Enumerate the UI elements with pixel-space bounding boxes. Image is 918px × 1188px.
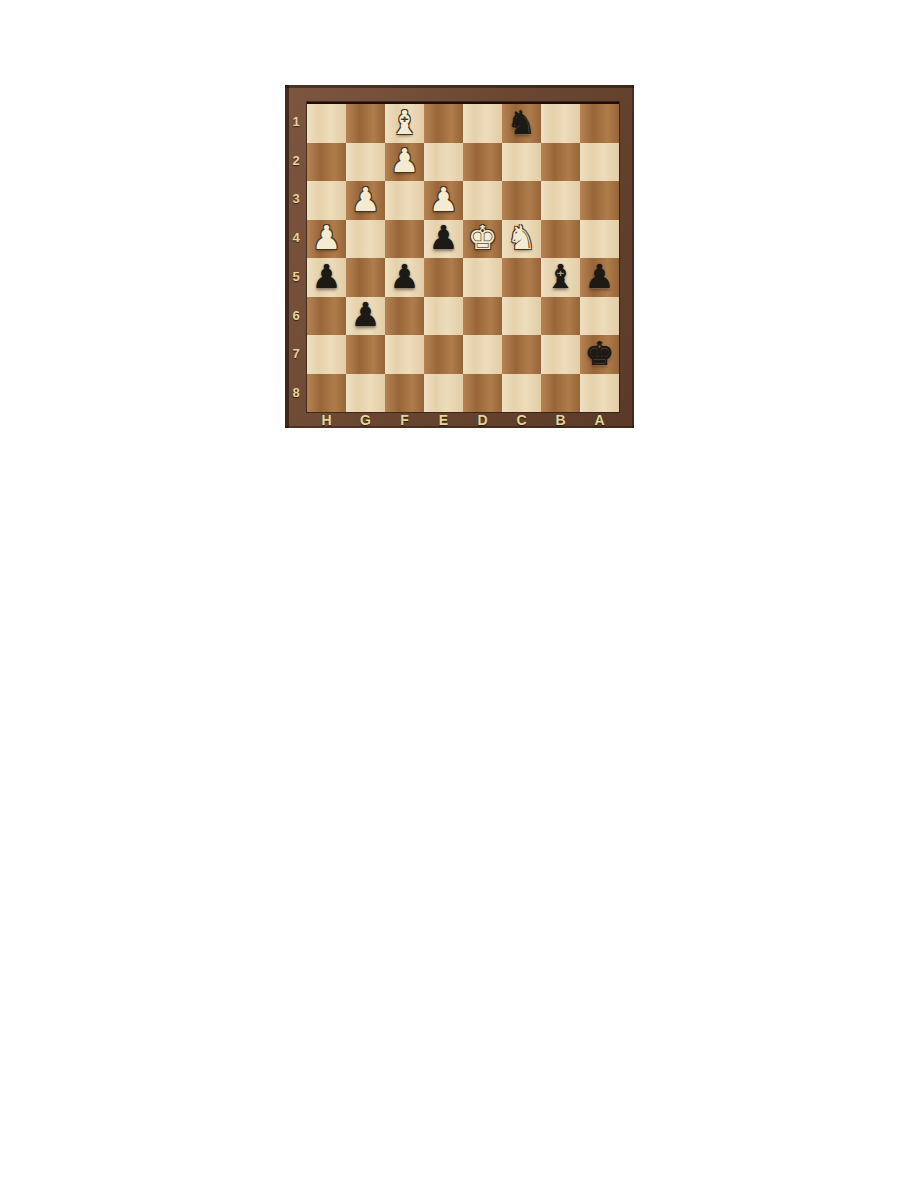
square-a6[interactable] (580, 297, 619, 336)
square-h7[interactable] (307, 335, 346, 374)
square-b7[interactable] (541, 335, 580, 374)
square-c4[interactable]: ♞ (502, 220, 541, 259)
file-label-h: H (307, 412, 346, 428)
square-b3[interactable] (541, 181, 580, 220)
square-b4[interactable] (541, 220, 580, 259)
black-knight[interactable]: ♞ (507, 106, 537, 139)
white-king[interactable]: ♚ (468, 221, 498, 254)
white-pawn[interactable]: ♟ (351, 183, 381, 216)
square-h3[interactable] (307, 181, 346, 220)
square-a1[interactable] (580, 104, 619, 143)
square-h6[interactable] (307, 297, 346, 336)
rank-label-7: 7 (285, 335, 307, 374)
black-pawn[interactable]: ♟ (390, 260, 420, 293)
square-g5[interactable] (346, 258, 385, 297)
square-c6[interactable] (502, 297, 541, 336)
square-b8[interactable] (541, 374, 580, 413)
rank-label-3: 3 (285, 180, 307, 219)
square-g3[interactable]: ♟ (346, 181, 385, 220)
rank-label-2: 2 (285, 141, 307, 180)
square-h5[interactable]: ♟ (307, 258, 346, 297)
square-d7[interactable] (463, 335, 502, 374)
file-labels: HGFEDCBA (307, 412, 619, 428)
square-f5[interactable]: ♟ (385, 258, 424, 297)
square-c7[interactable] (502, 335, 541, 374)
rank-label-5: 5 (285, 257, 307, 296)
square-g7[interactable] (346, 335, 385, 374)
square-f1[interactable]: ♝ (385, 104, 424, 143)
square-d5[interactable] (463, 258, 502, 297)
square-g6[interactable]: ♟ (346, 297, 385, 336)
square-h1[interactable] (307, 104, 346, 143)
rank-label-4: 4 (285, 218, 307, 257)
square-a8[interactable] (580, 374, 619, 413)
white-pawn[interactable]: ♟ (390, 144, 420, 177)
square-b1[interactable] (541, 104, 580, 143)
white-knight[interactable]: ♞ (507, 221, 537, 254)
black-pawn[interactable]: ♟ (429, 221, 459, 254)
rank-label-1: 1 (285, 102, 307, 141)
black-pawn[interactable]: ♟ (585, 260, 615, 293)
square-a7[interactable]: ♚ (580, 335, 619, 374)
black-pawn[interactable]: ♟ (312, 260, 342, 293)
square-a3[interactable] (580, 181, 619, 220)
square-h4[interactable]: ♟ (307, 220, 346, 259)
square-c3[interactable] (502, 181, 541, 220)
square-b6[interactable] (541, 297, 580, 336)
rank-label-8: 8 (285, 373, 307, 412)
chessboard: 12345678 HGFEDCBA ♝♞♟♟♟♟♟♚♞♟♟♝♟♟♚ (285, 85, 634, 428)
square-f2[interactable]: ♟ (385, 143, 424, 182)
square-d6[interactable] (463, 297, 502, 336)
file-label-g: G (346, 412, 385, 428)
file-label-f: F (385, 412, 424, 428)
square-e2[interactable] (424, 143, 463, 182)
square-e4[interactable]: ♟ (424, 220, 463, 259)
file-label-c: C (502, 412, 541, 428)
rank-labels: 12345678 (285, 102, 307, 412)
square-f4[interactable] (385, 220, 424, 259)
square-e5[interactable] (424, 258, 463, 297)
square-e7[interactable] (424, 335, 463, 374)
square-f6[interactable] (385, 297, 424, 336)
square-a2[interactable] (580, 143, 619, 182)
file-label-a: A (580, 412, 619, 428)
square-e6[interactable] (424, 297, 463, 336)
black-king[interactable]: ♚ (585, 337, 615, 370)
file-label-b: B (541, 412, 580, 428)
square-c5[interactable] (502, 258, 541, 297)
rank-label-6: 6 (285, 296, 307, 335)
square-d8[interactable] (463, 374, 502, 413)
square-d2[interactable] (463, 143, 502, 182)
square-d4[interactable]: ♚ (463, 220, 502, 259)
white-pawn[interactable]: ♟ (312, 221, 342, 254)
file-label-d: D (463, 412, 502, 428)
square-f3[interactable] (385, 181, 424, 220)
square-g2[interactable] (346, 143, 385, 182)
square-e3[interactable]: ♟ (424, 181, 463, 220)
square-g1[interactable] (346, 104, 385, 143)
square-d1[interactable] (463, 104, 502, 143)
square-h8[interactable] (307, 374, 346, 413)
square-a5[interactable]: ♟ (580, 258, 619, 297)
square-f7[interactable] (385, 335, 424, 374)
square-b5[interactable]: ♝ (541, 258, 580, 297)
page: { "game": "chess", "position": { "fen": … (0, 0, 918, 1188)
square-h2[interactable] (307, 143, 346, 182)
square-f8[interactable] (385, 374, 424, 413)
square-e8[interactable] (424, 374, 463, 413)
square-c8[interactable] (502, 374, 541, 413)
board-squares: ♝♞♟♟♟♟♟♚♞♟♟♝♟♟♚ (307, 102, 619, 412)
white-pawn[interactable]: ♟ (429, 183, 459, 216)
square-g8[interactable] (346, 374, 385, 413)
black-pawn[interactable]: ♟ (351, 298, 381, 331)
square-g4[interactable] (346, 220, 385, 259)
white-bishop[interactable]: ♝ (390, 106, 420, 139)
square-b2[interactable] (541, 143, 580, 182)
square-a4[interactable] (580, 220, 619, 259)
square-c1[interactable]: ♞ (502, 104, 541, 143)
square-c2[interactable] (502, 143, 541, 182)
square-e1[interactable] (424, 104, 463, 143)
black-bishop[interactable]: ♝ (546, 260, 576, 293)
file-label-e: E (424, 412, 463, 428)
square-d3[interactable] (463, 181, 502, 220)
